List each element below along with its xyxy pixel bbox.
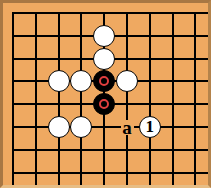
black-stone: [93, 93, 115, 115]
white-stone: [48, 70, 70, 92]
grid-line-vertical: [12, 12, 14, 185]
point-label-a: a: [121, 120, 134, 135]
grid-line-horizontal: [12, 126, 208, 128]
grid-line-horizontal: [12, 149, 208, 151]
white-stone: [48, 116, 70, 138]
grid-line-vertical: [172, 12, 174, 185]
grid-line-vertical: [58, 12, 60, 185]
grid-line-vertical: [35, 12, 37, 185]
go-diagram: 1a: [0, 0, 211, 188]
move-number-label: 1: [146, 118, 155, 136]
go-board: 1a: [3, 3, 208, 185]
grid-line-horizontal: [12, 12, 208, 14]
grid-line-horizontal: [12, 172, 208, 174]
white-stone: [70, 116, 92, 138]
white-stone: [116, 70, 138, 92]
grid-line-vertical: [149, 12, 151, 185]
circle-marker-icon: [99, 76, 109, 86]
grid-line-vertical: [126, 12, 128, 185]
circle-marker-icon: [99, 99, 109, 109]
move-1-white-stone: 1: [139, 116, 161, 138]
white-stone: [93, 25, 115, 47]
white-stone: [93, 48, 115, 70]
grid-line-vertical: [80, 12, 82, 185]
grid-line-vertical: [194, 12, 196, 185]
black-stone: [93, 70, 115, 92]
white-stone: [70, 70, 92, 92]
